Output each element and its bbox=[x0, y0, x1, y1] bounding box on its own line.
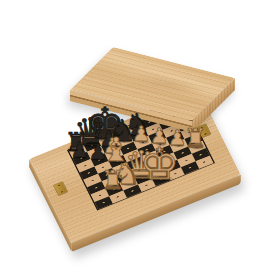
product-photo-canvas: ♜♛♚♟♟♞♞♟♟♟♝♟♟♜♜♞♛♚ bbox=[0, 0, 280, 280]
chess-set-scene: ♜♛♚♟♟♞♞♟♟♟♝♟♟♜♜♞♛♚ bbox=[0, 0, 280, 280]
box-lid bbox=[0, 0, 280, 280]
